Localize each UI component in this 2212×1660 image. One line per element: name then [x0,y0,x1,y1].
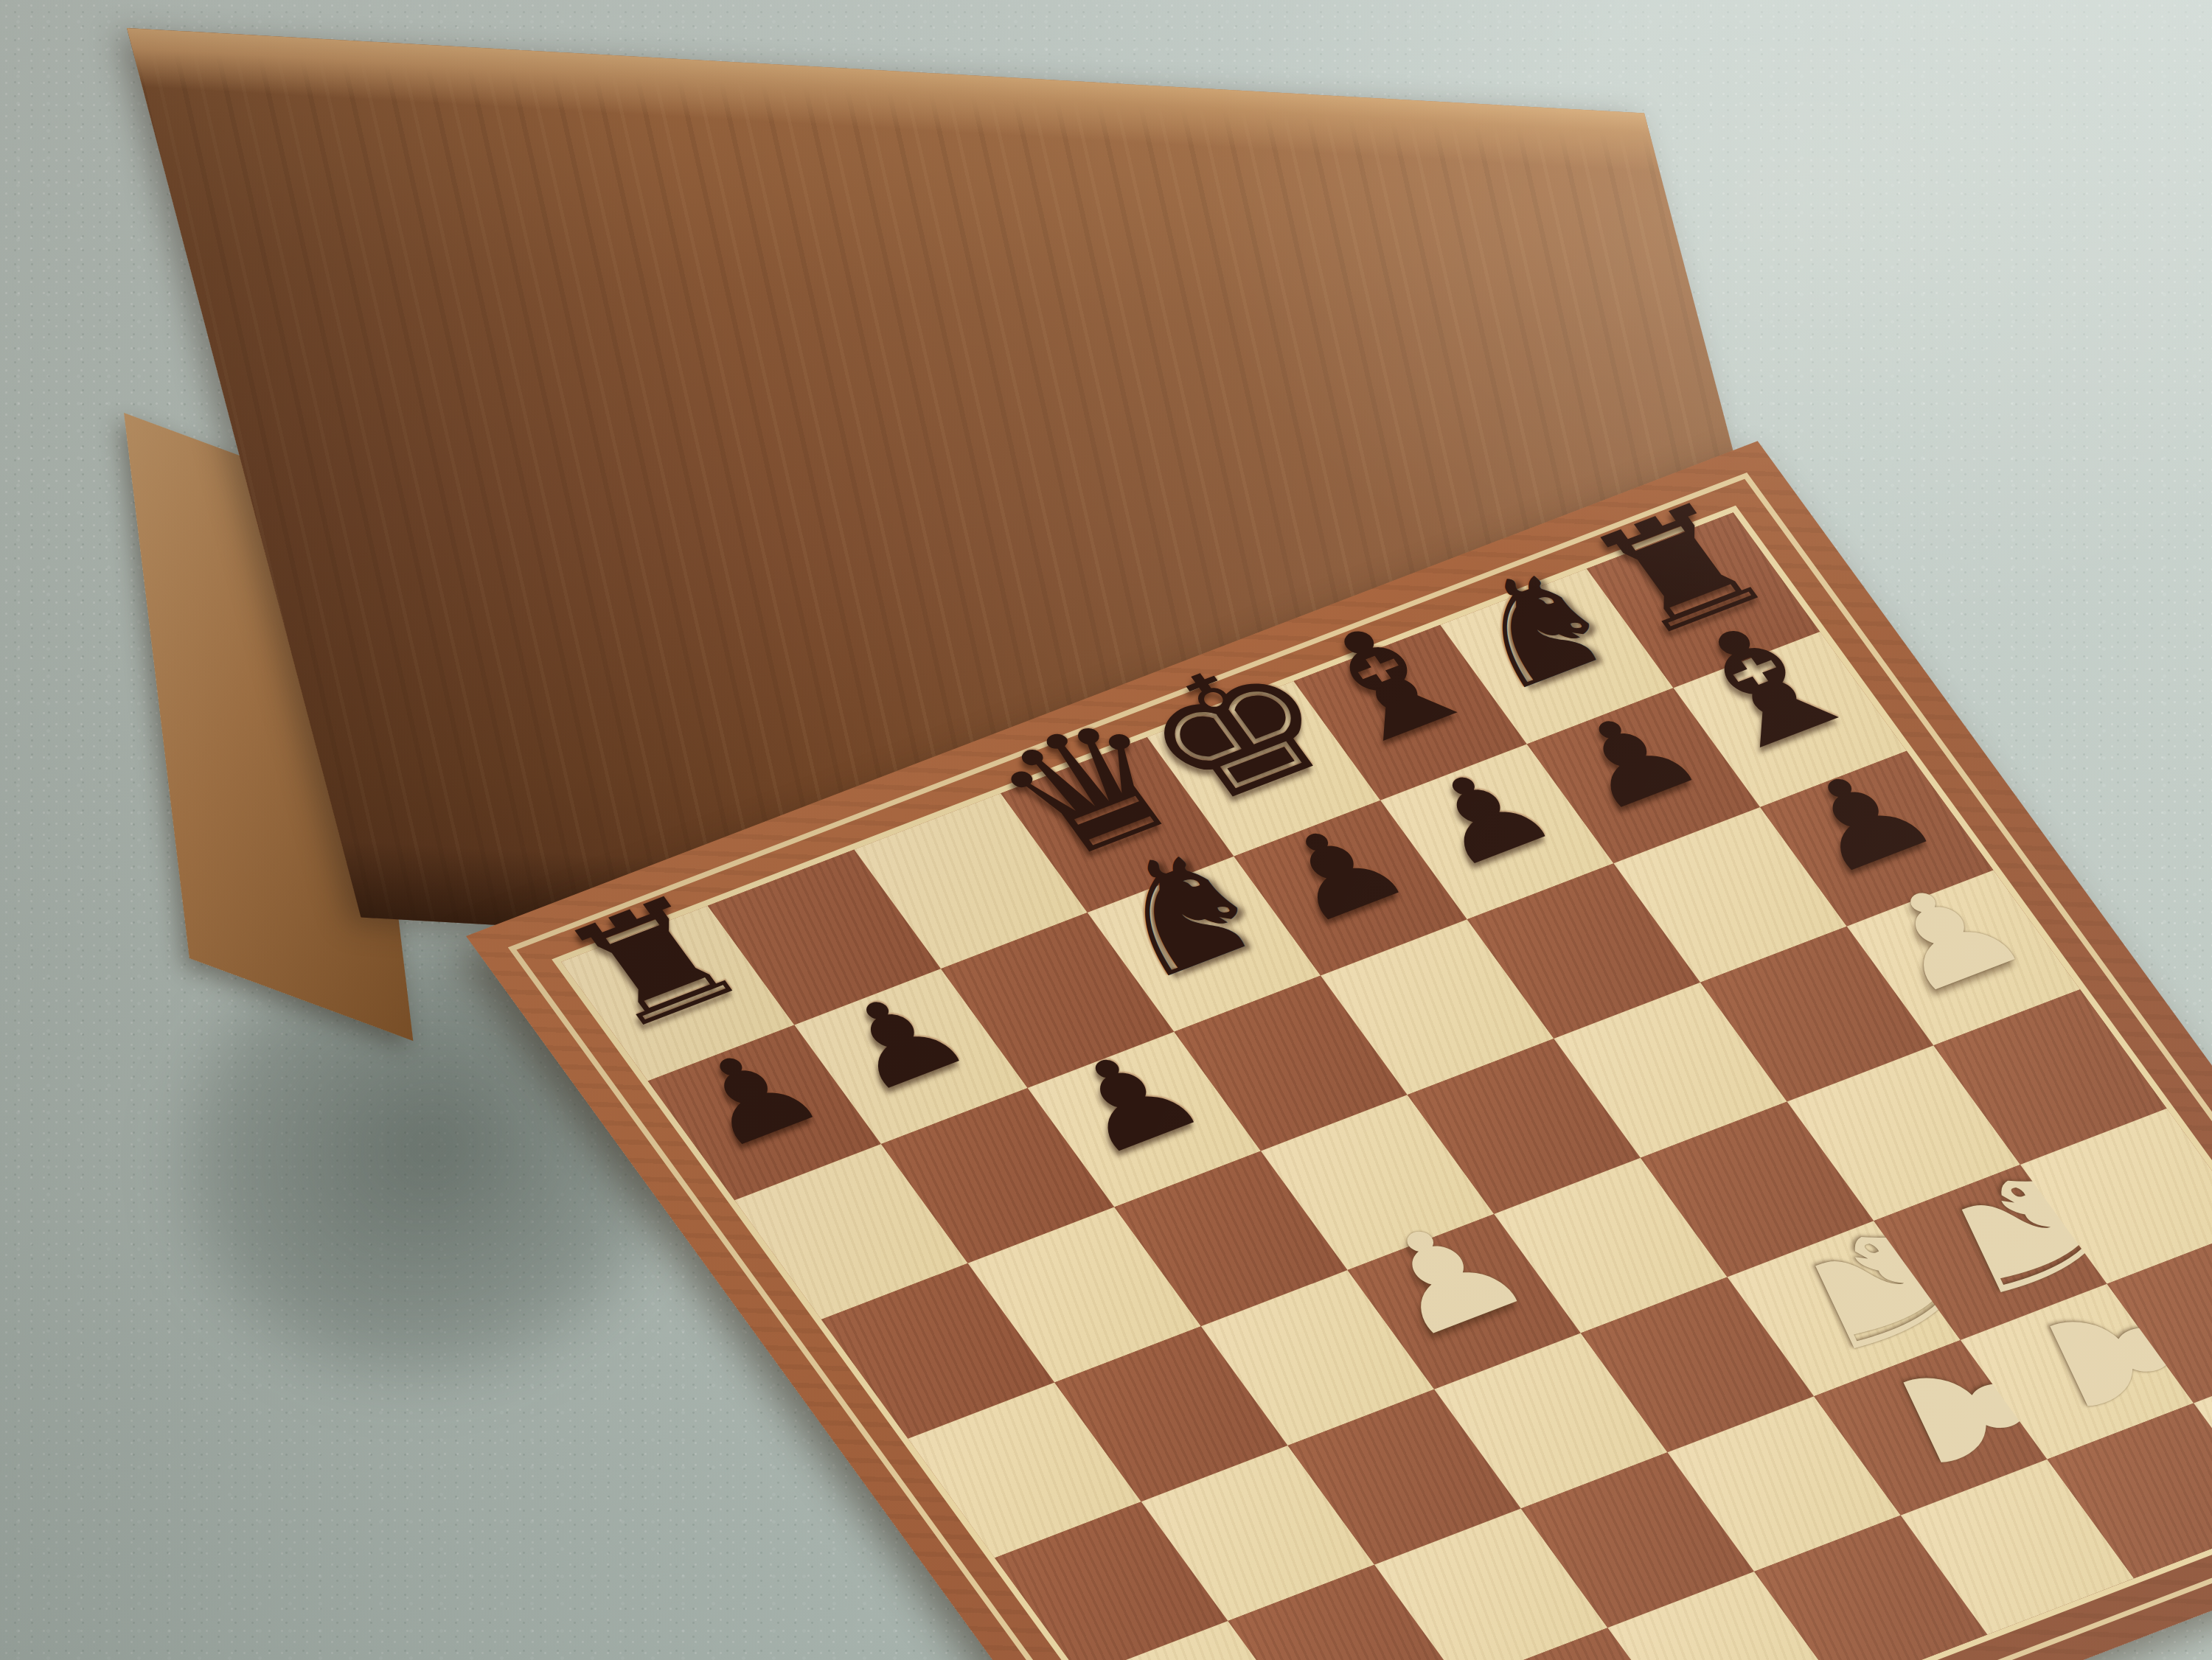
chess-photo-scene: ♜♛♚♝♞♜♟♟♞♟♟♟♝♟♟♟♟♞♞♟♟ [0,0,2212,1660]
